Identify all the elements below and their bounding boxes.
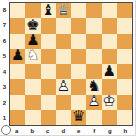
white-pawn: ♟♙ bbox=[86, 95, 101, 110]
square-b1[interactable] bbox=[25, 110, 40, 125]
square-g2[interactable]: ♚♔ bbox=[102, 95, 117, 110]
file-label-g: g bbox=[102, 126, 118, 136]
square-g8[interactable] bbox=[102, 3, 117, 18]
square-c7[interactable] bbox=[41, 18, 56, 33]
rank-label-8: 8 bbox=[0, 2, 9, 18]
square-e5[interactable] bbox=[71, 49, 86, 64]
square-d3[interactable]: ♟♙ bbox=[56, 79, 71, 94]
rank-label-4: 4 bbox=[0, 64, 9, 80]
white-knight: ♞♘ bbox=[25, 49, 40, 64]
square-a3[interactable] bbox=[10, 79, 25, 94]
rank-labels: 87654321 bbox=[0, 2, 9, 126]
rank-label-2: 2 bbox=[0, 95, 9, 111]
chess-board: ♝♛♕♚♟♟♞♘♟♟♙♞♟♙♚♔♛ bbox=[9, 2, 133, 126]
square-a7[interactable] bbox=[10, 18, 25, 33]
square-h7[interactable] bbox=[117, 18, 132, 33]
square-d5[interactable] bbox=[56, 49, 71, 64]
square-f2[interactable]: ♟♙ bbox=[86, 95, 101, 110]
square-c4[interactable] bbox=[41, 64, 56, 79]
rank-label-3: 3 bbox=[0, 80, 9, 96]
square-a5[interactable]: ♟ bbox=[10, 49, 25, 64]
white-queen: ♛♕ bbox=[56, 3, 71, 18]
square-c1[interactable] bbox=[41, 110, 56, 125]
rank-label-7: 7 bbox=[0, 18, 9, 34]
square-h6[interactable] bbox=[117, 34, 132, 49]
square-b3[interactable] bbox=[25, 79, 40, 94]
file-label-c: c bbox=[40, 126, 56, 136]
black-queen: ♛ bbox=[71, 110, 86, 125]
square-f7[interactable] bbox=[86, 18, 101, 33]
square-h3[interactable] bbox=[117, 79, 132, 94]
file-label-h: h bbox=[118, 126, 134, 136]
square-f8[interactable] bbox=[86, 3, 101, 18]
white-to-move-indicator bbox=[1, 125, 11, 135]
square-f1[interactable] bbox=[86, 110, 101, 125]
square-a2[interactable] bbox=[10, 95, 25, 110]
square-c2[interactable] bbox=[41, 95, 56, 110]
square-h8[interactable] bbox=[117, 3, 132, 18]
square-c5[interactable] bbox=[41, 49, 56, 64]
file-label-d: d bbox=[56, 126, 72, 136]
square-e6[interactable] bbox=[71, 34, 86, 49]
square-b5[interactable]: ♞♘ bbox=[25, 49, 40, 64]
square-c3[interactable] bbox=[41, 79, 56, 94]
square-g4[interactable]: ♟ bbox=[102, 64, 117, 79]
square-d6[interactable] bbox=[56, 34, 71, 49]
square-h5[interactable] bbox=[117, 49, 132, 64]
square-d2[interactable] bbox=[56, 95, 71, 110]
square-a1[interactable] bbox=[10, 110, 25, 125]
square-b4[interactable] bbox=[25, 64, 40, 79]
white-pawn: ♟♙ bbox=[56, 79, 71, 94]
square-e7[interactable] bbox=[71, 18, 86, 33]
square-h2[interactable] bbox=[117, 95, 132, 110]
file-label-e: e bbox=[71, 126, 87, 136]
square-d8[interactable]: ♛♕ bbox=[56, 3, 71, 18]
chess-diagram: 87654321 ♝♛♕♚♟♟♞♘♟♟♙♞♟♙♚♔♛ abcdefgh bbox=[0, 0, 136, 136]
black-pawn: ♟ bbox=[102, 64, 117, 79]
file-label-a: a bbox=[9, 126, 25, 136]
square-h1[interactable] bbox=[117, 110, 132, 125]
square-c8[interactable]: ♝ bbox=[41, 3, 56, 18]
rank-label-5: 5 bbox=[0, 49, 9, 65]
square-e8[interactable] bbox=[71, 3, 86, 18]
square-a4[interactable] bbox=[10, 64, 25, 79]
black-bishop: ♝ bbox=[41, 3, 56, 18]
square-d1[interactable] bbox=[56, 110, 71, 125]
rank-label-6: 6 bbox=[0, 33, 9, 49]
square-g1[interactable] bbox=[102, 110, 117, 125]
square-c6[interactable] bbox=[41, 34, 56, 49]
square-d7[interactable] bbox=[56, 18, 71, 33]
file-label-b: b bbox=[25, 126, 41, 136]
square-h4[interactable] bbox=[117, 64, 132, 79]
file-labels: abcdefgh bbox=[9, 126, 133, 136]
square-g6[interactable] bbox=[102, 34, 117, 49]
square-a8[interactable] bbox=[10, 3, 25, 18]
square-e1[interactable]: ♛ bbox=[71, 110, 86, 125]
square-f5[interactable] bbox=[86, 49, 101, 64]
square-g7[interactable] bbox=[102, 18, 117, 33]
square-f6[interactable] bbox=[86, 34, 101, 49]
square-e4[interactable] bbox=[71, 64, 86, 79]
white-king: ♚♔ bbox=[102, 95, 117, 110]
square-e3[interactable] bbox=[71, 79, 86, 94]
rank-label-1: 1 bbox=[0, 111, 9, 127]
black-pawn: ♟ bbox=[10, 49, 25, 64]
square-b2[interactable] bbox=[25, 95, 40, 110]
file-label-f: f bbox=[87, 126, 103, 136]
